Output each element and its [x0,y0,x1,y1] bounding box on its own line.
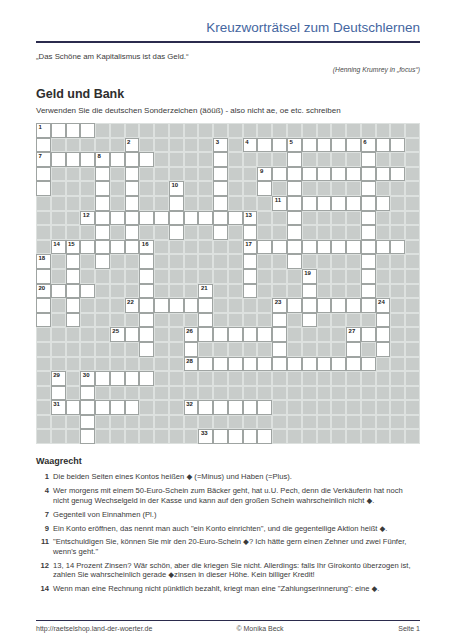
grid-cell[interactable] [139,313,154,328]
grid-cell[interactable] [80,400,95,415]
blocked-cell [66,386,81,401]
grid-cell[interactable] [302,284,317,299]
grid-cell[interactable] [80,123,95,138]
grid-cell[interactable] [317,167,332,182]
grid-cell[interactable] [257,138,272,153]
blocked-cell [346,152,361,167]
grid-cell[interactable] [361,181,376,196]
grid-cell[interactable]: 19 [302,269,317,284]
blocked-cell [125,269,140,284]
clue-item: 1213, 14 Prozent Zinsen? Wär schön, aber… [36,561,420,580]
grid-cell[interactable] [110,240,125,255]
clue-number-badge: 7 [39,153,42,160]
grid-cell[interactable] [287,225,302,240]
clue-item: 1Die beiden Seiten eines Kontos heißen ◆… [36,472,420,481]
grid-cell[interactable] [213,181,228,196]
grid-cell[interactable] [302,357,317,372]
grid-cell[interactable] [213,400,228,415]
grid-cell[interactable]: 14 [51,240,66,255]
blocked-cell [80,327,95,342]
grid-cell[interactable] [154,298,169,313]
grid-cell[interactable] [346,167,361,182]
blocked-cell [302,415,317,430]
blocked-cell [125,284,140,299]
grid-cell[interactable] [302,240,317,255]
grid-cell[interactable] [361,298,376,313]
grid-cell[interactable]: 27 [346,327,361,342]
grid-cell[interactable] [272,240,287,255]
grid-cell[interactable] [272,357,287,372]
grid-cell[interactable] [198,357,213,372]
grid-cell[interactable] [272,313,287,328]
grid-cell[interactable]: 32 [184,400,199,415]
grid-cell[interactable]: 28 [184,357,199,372]
grid-cell[interactable] [139,371,154,386]
grid-cell[interactable]: 11 [272,196,287,211]
grid-cell[interactable]: 25 [110,327,125,342]
grid-cell[interactable] [213,357,228,372]
blocked-cell [51,357,66,372]
grid-cell[interactable]: 24 [376,298,391,313]
blocked-cell [257,415,272,430]
grid-cell[interactable] [346,298,361,313]
grid-cell[interactable] [139,298,154,313]
grid-cell[interactable] [346,357,361,372]
blocked-cell [66,371,81,386]
blocked-cell [51,225,66,240]
grid-cell[interactable]: 29 [51,371,66,386]
blocked-cell [376,357,391,372]
grid-cell[interactable] [376,342,391,357]
grid-cell[interactable] [110,211,125,226]
blocked-cell [198,254,213,269]
grid-cell[interactable] [125,400,140,415]
grid-cell[interactable] [66,313,81,328]
grid-cell[interactable] [287,240,302,255]
grid-cell[interactable] [66,269,81,284]
clue-number-badge: 30 [83,372,90,379]
grid-cell[interactable] [95,371,110,386]
grid-cell[interactable] [213,225,228,240]
blocked-cell [154,284,169,299]
grid-cell[interactable] [361,269,376,284]
grid-cell[interactable] [272,327,287,342]
blocked-cell [317,152,332,167]
grid-cell[interactable] [331,138,346,153]
blocked-cell [272,123,287,138]
grid-cell[interactable] [390,138,405,153]
grid-cell[interactable] [169,196,184,211]
grid-cell[interactable] [95,211,110,226]
blocked-cell [376,254,391,269]
grid-cell[interactable] [272,138,287,153]
blocked-cell [154,138,169,153]
clue-number-badge: 23 [275,299,282,306]
grid-cell[interactable]: 10 [169,181,184,196]
blocked-cell [184,371,199,386]
grid-cell[interactable] [184,211,199,226]
blocked-cell [228,240,243,255]
blocked-cell [228,313,243,328]
grid-cell[interactable] [228,400,243,415]
grid-cell[interactable] [272,342,287,357]
grid-cell[interactable] [36,138,51,153]
blocked-cell [390,225,405,240]
blocked-cell [95,327,110,342]
grid-cell[interactable] [95,240,110,255]
grid-cell[interactable] [228,327,243,342]
grid-cell[interactable] [198,298,213,313]
grid-cell[interactable] [302,167,317,182]
grid-cell[interactable] [95,196,110,211]
grid-cell[interactable] [139,254,154,269]
grid-cell[interactable] [213,429,228,444]
grid-cell[interactable] [331,240,346,255]
blocked-cell [139,225,154,240]
blocked-cell [154,313,169,328]
grid-cell[interactable] [287,152,302,167]
blocked-cell [287,327,302,342]
grid-cell[interactable] [169,225,184,240]
grid-cell[interactable] [243,254,258,269]
grid-cell[interactable]: 6 [361,138,376,153]
grid-cell[interactable] [213,327,228,342]
grid-cell[interactable] [361,254,376,269]
crossword-page: Kreuzworträtsel zum Deutschlernen „Das S… [0,0,453,594]
blocked-cell [139,123,154,138]
grid-cell[interactable]: 1 [36,123,51,138]
grid-cell[interactable] [51,386,66,401]
grid-cell[interactable] [302,196,317,211]
grid-cell[interactable] [51,152,66,167]
page-header-title: Kreuzworträtsel zum Deutschlernen [36,20,420,43]
grid-cell[interactable] [257,400,272,415]
grid-cell[interactable] [125,152,140,167]
grid-cell[interactable] [169,298,184,313]
page-footer: http://raetselshop.land-der-woerter.de ©… [36,620,420,632]
blocked-cell [66,429,81,444]
grid-cell[interactable] [139,284,154,299]
grid-cell[interactable] [390,240,405,255]
grid-cell[interactable] [302,138,317,153]
grid-cell[interactable] [66,152,81,167]
grid-cell[interactable] [125,211,140,226]
grid-cell[interactable] [36,181,51,196]
grid-cell[interactable] [346,138,361,153]
grid-cell[interactable] [361,240,376,255]
grid-cell[interactable] [125,181,140,196]
grid-cell[interactable]: 15 [66,240,81,255]
blocked-cell [361,342,376,357]
grid-cell[interactable] [257,357,272,372]
blocked-cell [405,138,420,153]
grid-cell[interactable] [376,313,391,328]
blocked-cell [213,298,228,313]
grid-cell[interactable] [213,167,228,182]
grid-cell[interactable]: 4 [243,138,258,153]
blocked-cell [228,269,243,284]
grid-cell[interactable] [139,152,154,167]
grid-cell[interactable] [317,298,332,313]
blocked-cell [346,225,361,240]
blocked-cell [184,284,199,299]
grid-cell[interactable] [125,327,140,342]
blocked-cell [198,196,213,211]
blocked-cell [302,225,317,240]
grid-cell[interactable] [36,269,51,284]
grid-cell[interactable] [66,123,81,138]
grid-cell[interactable] [361,211,376,226]
grid-cell[interactable] [287,357,302,372]
grid-cell[interactable] [257,181,272,196]
grid-cell[interactable] [346,240,361,255]
grid-cell[interactable] [80,429,95,444]
grid-cell[interactable] [317,138,332,153]
grid-cell[interactable] [302,298,317,313]
grid-cell[interactable] [80,240,95,255]
grid-cell[interactable]: 5 [287,138,302,153]
blocked-cell [36,327,51,342]
grid-cell[interactable] [243,400,258,415]
grid-cell[interactable]: 33 [198,429,213,444]
grid-cell[interactable] [66,298,81,313]
grid-cell[interactable] [51,284,66,299]
grid-cell[interactable] [287,167,302,182]
grid-cell[interactable]: 16 [139,240,154,255]
grid-cell[interactable] [110,371,125,386]
grid-cell[interactable]: 2 [125,138,140,153]
grid-cell[interactable] [287,298,302,313]
grid-cell[interactable] [110,400,125,415]
grid-cell[interactable] [243,429,258,444]
blocked-cell [331,327,346,342]
grid-cell[interactable] [80,152,95,167]
grid-cell[interactable]: 26 [184,327,199,342]
grid-cell[interactable] [95,181,110,196]
blocked-cell [139,357,154,372]
blocked-cell [346,269,361,284]
grid-cell[interactable] [184,298,199,313]
grid-cell[interactable] [317,357,332,372]
grid-cell[interactable]: 20 [36,284,51,299]
blocked-cell [66,196,81,211]
grid-cell[interactable] [198,313,213,328]
grid-cell[interactable] [184,342,199,357]
grid-cell[interactable] [376,196,391,211]
grid-cell[interactable] [213,196,228,211]
blocked-cell [405,225,420,240]
grid-cell[interactable] [361,357,376,372]
grid-cell[interactable] [125,371,140,386]
grid-cell[interactable]: 30 [80,371,95,386]
grid-cell[interactable] [66,400,81,415]
grid-cell[interactable] [139,269,154,284]
clue-item-number: 1 [36,472,49,481]
grid-cell[interactable] [302,313,317,328]
grid-cell[interactable] [243,284,258,299]
blocked-cell [36,386,51,401]
grid-cell[interactable] [198,211,213,226]
blocked-cell [110,298,125,313]
grid-cell[interactable] [110,152,125,167]
grid-cell[interactable] [243,269,258,284]
grid-cell[interactable] [213,152,228,167]
blocked-cell [184,240,199,255]
grid-cell[interactable]: 21 [198,284,213,299]
blocked-cell [243,123,258,138]
grid-cell[interactable] [95,254,110,269]
grid-cell[interactable] [287,181,302,196]
blocked-cell [184,313,199,328]
grid-cell[interactable] [287,211,302,226]
blocked-cell [154,269,169,284]
blocked-cell [125,386,140,401]
grid-cell[interactable] [243,225,258,240]
grid-cell[interactable] [95,225,110,240]
grid-cell[interactable] [125,240,140,255]
grid-cell[interactable] [361,152,376,167]
grid-cell[interactable] [198,400,213,415]
grid-cell[interactable] [36,167,51,182]
grid-cell[interactable]: 23 [272,298,287,313]
grid-cell[interactable]: 17 [243,240,258,255]
blocked-cell [169,400,184,415]
grid-cell[interactable] [376,167,391,182]
grid-cell[interactable] [361,284,376,299]
blocked-cell [154,240,169,255]
grid-cell[interactable] [139,327,154,342]
grid-cell[interactable] [169,211,184,226]
grid-cell[interactable]: 8 [95,152,110,167]
clue-number-badge: 24 [378,299,385,306]
grid-cell[interactable] [139,342,154,357]
grid-cell[interactable] [361,196,376,211]
grid-cell[interactable] [36,298,51,313]
clue-item-number: 11 [36,537,49,556]
grid-cell[interactable]: 12 [80,211,95,226]
grid-cell[interactable] [228,429,243,444]
grid-cell[interactable] [331,196,346,211]
blocked-cell [110,138,125,153]
grid-cell[interactable] [376,240,391,255]
grid-cell[interactable] [361,327,376,342]
grid-cell[interactable] [331,298,346,313]
blocked-cell [302,400,317,415]
grid-cell[interactable]: 22 [125,298,140,313]
grid-cell[interactable] [346,196,361,211]
blocked-cell [51,138,66,153]
clue-number-badge: 20 [39,285,46,292]
grid-cell[interactable] [331,167,346,182]
grid-cell[interactable] [331,357,346,372]
blocked-cell [228,284,243,299]
grid-cell[interactable] [95,400,110,415]
grid-cell[interactable]: 18 [36,254,51,269]
grid-cell[interactable] [317,240,332,255]
grid-cell[interactable] [80,284,95,299]
grid-cell[interactable] [361,225,376,240]
grid-cell[interactable] [257,240,272,255]
blocked-cell [272,225,287,240]
blocked-cell [184,123,199,138]
blocked-cell [390,298,405,313]
blocked-cell [80,342,95,357]
grid-cell[interactable] [80,386,95,401]
quote-attribution: (Henning Krumrey in „focus“) [36,66,420,73]
blocked-cell [257,269,272,284]
grid-cell[interactable] [36,313,51,328]
blocked-cell [405,196,420,211]
grid-cell[interactable] [376,138,391,153]
blocked-cell [376,371,391,386]
clue-item-number: 12 [36,561,49,580]
grid-cell[interactable] [228,211,243,226]
blocked-cell [243,181,258,196]
grid-cell[interactable] [213,211,228,226]
grid-cell[interactable] [228,357,243,372]
grid-cell[interactable] [51,123,66,138]
blocked-cell [213,415,228,430]
grid-cell[interactable]: 7 [36,152,51,167]
grid-cell[interactable] [80,415,95,430]
grid-cell[interactable] [125,167,140,182]
clue-item-text: Wenn man eine Rechnung nicht pünktlich b… [53,584,415,593]
blocked-cell [405,429,420,444]
grid-cell[interactable] [317,196,332,211]
blocked-cell [198,181,213,196]
grid-cell[interactable] [95,167,110,182]
blocked-cell [213,386,228,401]
grid-cell[interactable] [272,167,287,182]
blocked-cell [390,211,405,226]
grid-cell[interactable]: 13 [243,211,258,226]
blocked-cell [331,415,346,430]
grid-cell[interactable] [257,429,272,444]
blocked-cell [317,269,332,284]
blocked-cell [272,284,287,299]
grid-cell[interactable] [243,327,258,342]
grid-cell[interactable] [390,167,405,182]
grid-cell[interactable] [125,225,140,240]
clue-number-badge: 32 [186,401,193,408]
blocked-cell [405,371,420,386]
grid-cell[interactable]: 3 [213,138,228,153]
grid-cell[interactable] [139,211,154,226]
grid-cell[interactable] [198,327,213,342]
grid-cell[interactable] [66,284,81,299]
blocked-cell [51,254,66,269]
clue-number-badge: 19 [304,270,311,277]
blocked-cell [184,167,199,182]
grid-cell[interactable]: 31 [51,400,66,415]
grid-cell[interactable] [376,327,391,342]
grid-cell[interactable] [346,342,361,357]
grid-cell[interactable] [257,327,272,342]
blocked-cell [139,138,154,153]
grid-cell[interactable] [125,196,140,211]
grid-cell[interactable] [243,357,258,372]
grid-cell[interactable] [154,211,169,226]
grid-cell[interactable] [361,167,376,182]
blocked-cell [198,167,213,182]
grid-cell[interactable] [287,196,302,211]
grid-cell[interactable] [287,254,302,269]
clue-number-badge: 26 [186,328,193,335]
blocked-cell [198,240,213,255]
grid-cell[interactable] [66,254,81,269]
blocked-cell [110,386,125,401]
grid-cell[interactable]: 9 [257,167,272,182]
